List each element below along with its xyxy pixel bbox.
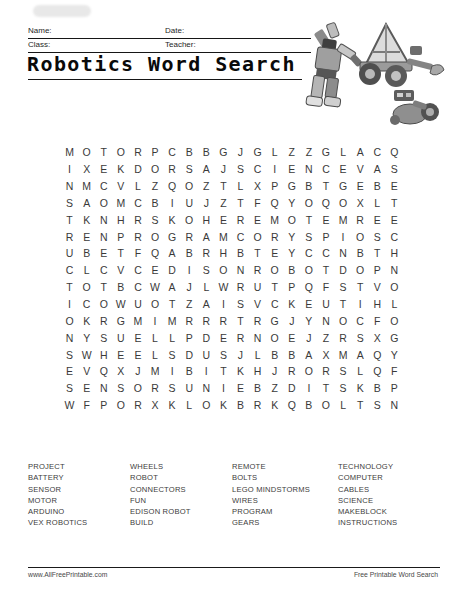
grid-cell-r8c4: V	[112, 262, 129, 279]
grid-cell-r3c17: G	[335, 178, 352, 195]
grid-cell-r7c20: H	[386, 245, 403, 262]
grid-cell-r2c4: K	[112, 161, 129, 178]
grid-cell-r12c19: X	[369, 329, 386, 346]
grid-cell-r3c4: V	[112, 178, 129, 195]
grid-cell-r13c2: W	[78, 346, 95, 363]
grid-cell-r9c8: J	[181, 279, 198, 296]
grid-cell-r6c13: R	[266, 228, 283, 245]
grid-cell-r1c8: B	[181, 144, 198, 161]
grid-cell-r6c2: E	[78, 228, 95, 245]
grid-cell-r11c13: G	[266, 312, 283, 329]
humanoid-robot-icon	[304, 20, 368, 112]
grid-cell-r5c18: R	[352, 211, 369, 228]
grid-cell-r3c2: M	[78, 178, 95, 195]
word-list-item: GEARS	[232, 517, 310, 528]
grid-cell-r14c17: S	[335, 363, 352, 380]
grid-cell-r1c14: Z	[283, 144, 300, 161]
grid-cell-r12c2: Y	[78, 329, 95, 346]
grid-cell-r1c2: O	[78, 144, 95, 161]
grid-cell-r12c17: R	[335, 329, 352, 346]
grid-cell-r1c16: G	[317, 144, 334, 161]
grid-cell-r14c6: M	[146, 363, 163, 380]
footer-site-url: www.AllFreePrintable.com	[28, 571, 107, 578]
grid-cell-r9c4: B	[112, 279, 129, 296]
grid-cell-r15c15: I	[300, 380, 317, 397]
grid-cell-r15c17: S	[335, 380, 352, 397]
grid-cell-r16c19: S	[369, 397, 386, 414]
grid-cell-r6c10: M	[215, 228, 232, 245]
grid-cell-r1c11: J	[232, 144, 249, 161]
grid-cell-r1c15: Z	[300, 144, 317, 161]
grid-cell-r16c11: B	[232, 397, 249, 414]
grid-cell-r8c20: N	[386, 262, 403, 279]
grid-cell-r16c2: F	[78, 397, 95, 414]
grid-cell-r13c15: A	[300, 346, 317, 363]
grid-cell-r12c4: U	[112, 329, 129, 346]
grid-cell-r2c7: R	[164, 161, 181, 178]
page-title: Robotics Word Search	[27, 52, 296, 76]
grid-cell-r6c12: O	[249, 228, 266, 245]
word-list-item: PROGRAM	[232, 506, 310, 517]
grid-cell-r6c5: R	[129, 228, 146, 245]
grid-cell-r13c10: S	[215, 346, 232, 363]
grid-cell-r10c7: T	[164, 296, 181, 313]
grid-cell-r12c9: D	[198, 329, 215, 346]
grid-cell-r11c11: T	[232, 312, 249, 329]
grid-cell-r16c18: T	[352, 397, 369, 414]
grid-cell-r3c6: Z	[146, 178, 163, 195]
grid-cell-r8c18: O	[352, 262, 369, 279]
grid-cell-r7c15: C	[300, 245, 317, 262]
grid-cell-r4c9: J	[198, 195, 215, 212]
grid-cell-r5c13: M	[266, 211, 283, 228]
grid-cell-r10c17: T	[335, 296, 352, 313]
grid-cell-r3c7: Q	[164, 178, 181, 195]
grid-cell-r15c10: I	[215, 380, 232, 397]
grid-cell-r16c13: K	[266, 397, 283, 414]
word-list-column-4: TECHNOLOGYCOMPUTERCABLESSCIENCEMAKEBLOCK…	[338, 461, 397, 529]
grid-cell-r14c14: R	[283, 363, 300, 380]
grid-cell-r1c1: M	[61, 144, 78, 161]
grid-cell-r15c7: S	[164, 380, 181, 397]
grid-cell-r10c18: I	[352, 296, 369, 313]
grid-cell-r13c9: U	[198, 346, 215, 363]
grid-cell-r9c15: Q	[300, 279, 317, 296]
grid-cell-r11c10: R	[215, 312, 232, 329]
grid-cell-r16c3: P	[95, 397, 112, 414]
grid-cell-r2c20: S	[386, 161, 403, 178]
grid-cell-r15c1: S	[61, 380, 78, 397]
grid-cell-r2c17: E	[335, 161, 352, 178]
grid-cell-r14c5: J	[129, 363, 146, 380]
grid-cell-r3c5: L	[129, 178, 146, 195]
word-list-item: LEGO MINDSTORMS	[232, 484, 310, 495]
word-list-item: REMOTE	[232, 461, 310, 472]
grid-cell-r8c12: R	[249, 262, 266, 279]
grid-cell-r10c14: K	[283, 296, 300, 313]
grid-cell-r8c11: N	[232, 262, 249, 279]
grid-cell-r9c20: O	[386, 279, 403, 296]
grid-cell-r15c3: N	[95, 380, 112, 397]
grid-cell-r13c19: Q	[369, 346, 386, 363]
grid-cell-r6c1: R	[61, 228, 78, 245]
grid-cell-r7c6: Q	[146, 245, 163, 262]
grid-cell-r11c8: R	[181, 312, 198, 329]
grid-cell-r16c15: B	[300, 397, 317, 414]
grid-cell-r12c15: J	[300, 329, 317, 346]
grid-cell-r15c6: R	[146, 380, 163, 397]
grid-cell-r4c13: Q	[266, 195, 283, 212]
word-list-item: VEX ROBOTICS	[28, 517, 87, 528]
grid-cell-r14c18: L	[352, 363, 369, 380]
grid-cell-r15c12: B	[249, 380, 266, 397]
grid-cell-r14c4: X	[112, 363, 129, 380]
grid-cell-r7c18: B	[352, 245, 369, 262]
grid-cell-r7c2: B	[78, 245, 95, 262]
grid-cell-r10c10: I	[215, 296, 232, 313]
grid-cell-r5c6: S	[146, 211, 163, 228]
grid-cell-r10c5: U	[129, 296, 146, 313]
word-list-item: EDISON ROBOT	[130, 506, 191, 517]
grid-cell-r9c19: V	[369, 279, 386, 296]
grid-cell-r11c9: R	[198, 312, 215, 329]
grid-cell-r2c15: N	[300, 161, 317, 178]
date-label: Date:	[165, 26, 184, 35]
grid-cell-r5c20: E	[386, 211, 403, 228]
grid-cell-r10c12: V	[249, 296, 266, 313]
grid-cell-r6c18: O	[352, 228, 369, 245]
wheeled-robot-icon	[359, 24, 444, 87]
grid-cell-r13c13: B	[266, 346, 283, 363]
grid-cell-r8c3: C	[95, 262, 112, 279]
grid-cell-r4c18: X	[352, 195, 369, 212]
grid-cell-r5c15: T	[300, 211, 317, 228]
word-list-item: BOLTS	[232, 472, 310, 483]
grid-cell-r12c10: E	[215, 329, 232, 346]
grid-cell-r11c2: K	[78, 312, 95, 329]
grid-cell-r11c12: R	[249, 312, 266, 329]
grid-cell-r10c20: L	[386, 296, 403, 313]
grid-cell-r1c9: B	[198, 144, 215, 161]
grid-cell-r2c3: E	[95, 161, 112, 178]
teacher-label: Teacher:	[165, 40, 196, 49]
grid-cell-r10c1: I	[61, 296, 78, 313]
grid-cell-r15c19: B	[369, 380, 386, 397]
grid-cell-r4c7: I	[164, 195, 181, 212]
grid-cell-r3c16: T	[317, 178, 334, 195]
grid-cell-r2c9: A	[198, 161, 215, 178]
grid-cell-r5c16: E	[317, 211, 334, 228]
grid-cell-r10c11: S	[232, 296, 249, 313]
grid-cell-r3c12: X	[249, 178, 266, 195]
grid-cell-r3c13: P	[266, 178, 283, 195]
grid-cell-r7c4: T	[112, 245, 129, 262]
grid-cell-r4c4: M	[112, 195, 129, 212]
grid-cell-r9c13: T	[266, 279, 283, 296]
word-list-item: ROBOT	[130, 472, 191, 483]
grid-cell-r14c11: K	[232, 363, 249, 380]
grid-cell-r10c16: U	[317, 296, 334, 313]
grid-cell-r15c11: E	[232, 380, 249, 397]
grid-cell-r2c19: A	[369, 161, 386, 178]
grid-cell-r15c16: T	[317, 380, 334, 397]
title-underline	[28, 79, 302, 80]
grid-cell-r11c14: J	[283, 312, 300, 329]
grid-cell-r7c3: E	[95, 245, 112, 262]
grid-cell-r10c13: C	[266, 296, 283, 313]
grid-cell-r6c19: S	[369, 228, 386, 245]
grid-cell-r16c20: N	[386, 397, 403, 414]
grid-cell-r5c11: R	[232, 211, 249, 228]
grid-cell-r13c14: B	[283, 346, 300, 363]
grid-cell-r13c12: L	[249, 346, 266, 363]
grid-cell-r13c4: E	[112, 346, 129, 363]
grid-cell-r11c1: O	[61, 312, 78, 329]
grid-cell-r16c4: O	[112, 397, 129, 414]
grid-cell-r6c6: O	[146, 228, 163, 245]
grid-cell-r5c17: M	[335, 211, 352, 228]
grid-cell-r5c12: E	[249, 211, 266, 228]
grid-cell-r10c6: O	[146, 296, 163, 313]
grid-cell-r2c11: S	[232, 161, 249, 178]
grid-cell-r6c17: I	[335, 228, 352, 245]
grid-cell-r5c14: O	[283, 211, 300, 228]
grid-cell-r12c5: E	[129, 329, 146, 346]
grid-cell-r15c14: D	[283, 380, 300, 397]
grid-cell-r12c14: E	[283, 329, 300, 346]
grid-cell-r13c7: S	[164, 346, 181, 363]
grid-cell-r9c6: W	[146, 279, 163, 296]
grid-cell-r2c12: C	[249, 161, 266, 178]
grid-cell-r15c20: P	[386, 380, 403, 397]
name-date-underline	[28, 38, 311, 39]
word-list-item: COMPUTER	[338, 472, 397, 483]
footer-tagline: Free Printable Word Search	[354, 571, 438, 578]
grid-cell-r6c11: C	[232, 228, 249, 245]
grid-cell-r1c20: Q	[386, 144, 403, 161]
grid-cell-r14c16: R	[317, 363, 334, 380]
grid-cell-r3c15: B	[300, 178, 317, 195]
grid-cell-r11c18: C	[352, 312, 369, 329]
grid-cell-r9c1: T	[61, 279, 78, 296]
grid-cell-r14c20: F	[386, 363, 403, 380]
word-list-item: ARDUINO	[28, 506, 87, 517]
grid-cell-r15c18: K	[352, 380, 369, 397]
word-list-item: TECHNOLOGY	[338, 461, 397, 472]
grid-cell-r7c7: A	[164, 245, 181, 262]
grid-cell-r13c8: D	[181, 346, 198, 363]
grid-cell-r3c18: E	[352, 178, 369, 195]
word-list-item: SENSOR	[28, 484, 87, 495]
grid-cell-r11c15: Y	[300, 312, 317, 329]
grid-cell-r2c1: I	[61, 161, 78, 178]
grid-cell-r7c8: B	[181, 245, 198, 262]
grid-cell-r4c15: O	[300, 195, 317, 212]
grid-cell-r13c11: J	[232, 346, 249, 363]
word-list-item: MAKEBLOCK	[338, 506, 397, 517]
grid-cell-r3c8: O	[181, 178, 198, 195]
grid-cell-r2c10: J	[215, 161, 232, 178]
grid-cell-r12c12: N	[249, 329, 266, 346]
grid-cell-r1c6: P	[146, 144, 163, 161]
grid-cell-r12c16: Z	[317, 329, 334, 346]
word-list-column-1: PROJECTBATTERYSENSORMOTORARDUINOVEX ROBO…	[28, 461, 87, 529]
grid-cell-r7c14: Y	[283, 245, 300, 262]
grid-cell-r11c5: M	[129, 312, 146, 329]
grid-cell-r11c17: O	[335, 312, 352, 329]
grid-cell-r4c5: C	[129, 195, 146, 212]
grid-cell-r6c20: C	[386, 228, 403, 245]
grid-cell-r2c8: S	[181, 161, 198, 178]
word-list-item: MOTOR	[28, 495, 87, 506]
grid-cell-r14c15: O	[300, 363, 317, 380]
grid-cell-r8c19: P	[369, 262, 386, 279]
grid-cell-r12c7: L	[164, 329, 181, 346]
name-label: Name:	[28, 26, 52, 35]
grid-cell-r13c5: E	[129, 346, 146, 363]
grid-cell-r1c7: C	[164, 144, 181, 161]
word-list-column-3: REMOTEBOLTSLEGO MINDSTORMSWIRESPROGRAMGE…	[232, 461, 310, 529]
grid-cell-r4c11: T	[232, 195, 249, 212]
word-list-item: INSTRUCTIONS	[338, 517, 397, 528]
grid-cell-r7c5: F	[129, 245, 146, 262]
grid-cell-r1c17: L	[335, 144, 352, 161]
grid-cell-r7c16: C	[317, 245, 334, 262]
grid-cell-r4c17: O	[335, 195, 352, 212]
grid-cell-r8c15: O	[300, 262, 317, 279]
grid-cell-r10c15: E	[300, 296, 317, 313]
grid-cell-r9c5: C	[129, 279, 146, 296]
class-label: Class:	[28, 40, 50, 49]
grid-cell-r16c5: R	[129, 397, 146, 414]
grid-cell-r5c2: K	[78, 211, 95, 228]
grid-cell-r4c8: U	[181, 195, 198, 212]
grid-cell-r4c2: A	[78, 195, 95, 212]
grid-cell-r16c16: O	[317, 397, 334, 414]
grid-cell-r12c1: N	[61, 329, 78, 346]
grid-cell-r15c4: S	[112, 380, 129, 397]
word-search-grid: MOTORPCBBGJGLZZGLACQIXEKDORSAJSCIENCEVAS…	[61, 144, 403, 414]
scan-artifact	[33, 5, 91, 17]
grid-cell-r9c10: W	[215, 279, 232, 296]
grid-cell-r12c11: R	[232, 329, 249, 346]
grid-cell-r3c19: B	[369, 178, 386, 195]
grid-cell-r1c12: G	[249, 144, 266, 161]
grid-cell-r5c4: H	[112, 211, 129, 228]
grid-cell-r9c2: O	[78, 279, 95, 296]
grid-cell-r11c16: N	[317, 312, 334, 329]
grid-cell-r4c10: Z	[215, 195, 232, 212]
grid-cell-r8c5: C	[129, 262, 146, 279]
grid-cell-r16c7: K	[164, 397, 181, 414]
grid-cell-r16c12: R	[249, 397, 266, 414]
grid-cell-r16c8: L	[181, 397, 198, 414]
grid-cell-r7c19: T	[369, 245, 386, 262]
grid-cell-r1c10: G	[215, 144, 232, 161]
grid-cell-r15c5: O	[129, 380, 146, 397]
grid-cell-r14c10: T	[215, 363, 232, 380]
grid-cell-r10c2: C	[78, 296, 95, 313]
grid-cell-r1c19: C	[369, 144, 386, 161]
word-list-item: CONNECTORS	[130, 484, 191, 495]
grid-cell-r1c3: T	[95, 144, 112, 161]
grid-cell-r7c17: N	[335, 245, 352, 262]
grid-cell-r12c20: G	[386, 329, 403, 346]
grid-cell-r8c13: O	[266, 262, 283, 279]
grid-cell-r6c4: P	[112, 228, 129, 245]
grid-cell-r3c9: Z	[198, 178, 215, 195]
grid-cell-r4c1: S	[61, 195, 78, 212]
grid-cell-r2c14: E	[283, 161, 300, 178]
grid-cell-r2c6: O	[146, 161, 163, 178]
grid-cell-r13c1: S	[61, 346, 78, 363]
grid-cell-r1c13: L	[266, 144, 283, 161]
grid-cell-r8c8: I	[181, 262, 198, 279]
grid-cell-r4c6: B	[146, 195, 163, 212]
grid-cell-r8c17: D	[335, 262, 352, 279]
grid-cell-r5c5: R	[129, 211, 146, 228]
grid-cell-r11c3: R	[95, 312, 112, 329]
grid-cell-r12c3: S	[95, 329, 112, 346]
grid-cell-r6c3: N	[95, 228, 112, 245]
grid-cell-r12c6: L	[146, 329, 163, 346]
grid-cell-r7c12: T	[249, 245, 266, 262]
grid-cell-r15c8: U	[181, 380, 198, 397]
grid-cell-r5c9: H	[198, 211, 215, 228]
robots-clipart-image	[298, 16, 462, 128]
grid-cell-r14c12: H	[249, 363, 266, 380]
grid-cell-r13c20: Y	[386, 346, 403, 363]
grid-cell-r15c9: N	[198, 380, 215, 397]
grid-cell-r11c19: F	[369, 312, 386, 329]
word-list-item: BUILD	[130, 517, 191, 528]
word-list-item: SCIENCE	[338, 495, 397, 506]
grid-cell-r5c19: E	[369, 211, 386, 228]
grid-cell-r11c7: M	[164, 312, 181, 329]
grid-cell-r3c20: E	[386, 178, 403, 195]
grid-cell-r16c9: O	[198, 397, 215, 414]
footer-divider	[28, 567, 440, 568]
grid-cell-r12c13: O	[266, 329, 283, 346]
grid-cell-r8c1: C	[61, 262, 78, 279]
grid-cell-r1c4: O	[112, 144, 129, 161]
grid-cell-r16c1: W	[61, 397, 78, 414]
grid-cell-r14c9: I	[198, 363, 215, 380]
grid-cell-r4c12: F	[249, 195, 266, 212]
grid-cell-r3c1: N	[61, 178, 78, 195]
grid-cell-r9c14: P	[283, 279, 300, 296]
grid-cell-r3c10: T	[215, 178, 232, 195]
grid-cell-r9c9: L	[198, 279, 215, 296]
grid-cell-r16c17: L	[335, 397, 352, 414]
grid-cell-r6c9: A	[198, 228, 215, 245]
grid-cell-r16c6: X	[146, 397, 163, 414]
grid-cell-r6c15: S	[300, 228, 317, 245]
grid-cell-r13c16: X	[317, 346, 334, 363]
grid-cell-r9c16: F	[317, 279, 334, 296]
grid-cell-r16c10: K	[215, 397, 232, 414]
grid-cell-r4c14: Y	[283, 195, 300, 212]
grid-cell-r7c9: R	[198, 245, 215, 262]
grid-cell-r5c7: K	[164, 211, 181, 228]
grid-cell-r8c16: T	[317, 262, 334, 279]
grid-cell-r2c2: X	[78, 161, 95, 178]
grid-cell-r6c7: G	[164, 228, 181, 245]
grid-cell-r11c20: O	[386, 312, 403, 329]
grid-cell-r9c12: U	[249, 279, 266, 296]
grid-cell-r13c6: L	[146, 346, 163, 363]
grid-cell-r3c11: L	[232, 178, 249, 195]
